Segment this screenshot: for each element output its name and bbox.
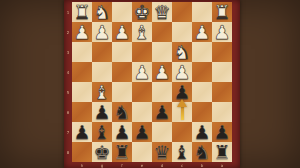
square-c2[interactable] — [172, 22, 192, 42]
piece-white-pawn: ♟ — [193, 22, 210, 42]
file-labels: hgfedcba — [72, 162, 232, 168]
square-c4[interactable]: ♟ — [172, 62, 192, 82]
square-e7[interactable]: ♟ — [132, 122, 152, 142]
square-f6[interactable]: ♞ — [112, 102, 132, 122]
rank-label-7: 7 — [65, 124, 71, 140]
square-a2[interactable]: ♟ — [212, 22, 232, 42]
file-label-f: f — [114, 163, 130, 168]
square-a5[interactable] — [212, 82, 232, 102]
piece-black-bishop: ♝ — [173, 142, 190, 162]
square-g7[interactable]: ♝ — [92, 122, 112, 142]
square-h1[interactable]: ♜ — [72, 2, 92, 22]
piece-white-pawn: ♟ — [113, 22, 130, 42]
square-e4[interactable]: ♟ — [132, 62, 152, 82]
square-c3[interactable]: ♞ — [172, 42, 192, 62]
square-a1[interactable]: ♜ — [212, 2, 232, 22]
piece-black-pawn: ♟ — [93, 102, 110, 122]
square-d4[interactable]: ♟ — [152, 62, 172, 82]
square-g6[interactable]: ♟ — [92, 102, 112, 122]
square-d8[interactable]: ♛ — [152, 142, 172, 162]
piece-black-knight: ♞ — [113, 102, 130, 122]
square-e6[interactable] — [132, 102, 152, 122]
square-h8[interactable] — [72, 142, 92, 162]
piece-black-queen: ♛ — [153, 142, 170, 162]
piece-black-pawn: ♟ — [193, 122, 210, 142]
piece-white-rook: ♜ — [213, 2, 230, 22]
square-b8[interactable]: ♞ — [192, 142, 212, 162]
piece-white-bishop: ♝ — [133, 22, 150, 42]
wood-background: 12345678 ♜♞♚♛♜♟♟♟♝♟♟♞♟♟♟♝♟♟♞♟♟♝♟♟♟♟♚♜♛♝♞… — [0, 0, 300, 168]
square-d6[interactable]: ♟ — [152, 102, 172, 122]
square-d3[interactable] — [152, 42, 172, 62]
chess-board: 12345678 ♜♞♚♛♜♟♟♟♝♟♟♞♟♟♟♝♟♟♞♟♟♝♟♟♟♟♚♜♛♝♞… — [64, 0, 240, 168]
piece-white-bishop: ♝ — [93, 82, 110, 102]
file-label-d: d — [154, 163, 170, 168]
square-d7[interactable] — [152, 122, 172, 142]
rank-labels: 12345678 — [64, 2, 72, 162]
piece-black-pawn: ♟ — [133, 122, 150, 142]
file-label-c: c — [174, 163, 190, 168]
square-d2[interactable] — [152, 22, 172, 42]
square-h5[interactable] — [72, 82, 92, 102]
square-b5[interactable] — [192, 82, 212, 102]
square-h7[interactable]: ♟ — [72, 122, 92, 142]
piece-black-rook: ♜ — [213, 142, 230, 162]
square-a7[interactable]: ♟ — [212, 122, 232, 142]
square-g5[interactable]: ♝ — [92, 82, 112, 102]
square-b7[interactable]: ♟ — [192, 122, 212, 142]
square-c7[interactable] — [172, 122, 192, 142]
square-b1[interactable] — [192, 2, 212, 22]
piece-white-pawn: ♟ — [213, 22, 230, 42]
rank-label-1: 1 — [65, 4, 71, 20]
square-f1[interactable] — [112, 2, 132, 22]
square-c8[interactable]: ♝ — [172, 142, 192, 162]
piece-white-knight: ♞ — [93, 2, 110, 22]
piece-black-rook: ♜ — [113, 142, 130, 162]
square-g1[interactable]: ♞ — [92, 2, 112, 22]
square-h4[interactable] — [72, 62, 92, 82]
piece-white-pawn: ♟ — [133, 62, 150, 82]
file-label-b: b — [194, 163, 210, 168]
file-label-h: h — [74, 163, 90, 168]
piece-white-pawn: ♟ — [93, 22, 110, 42]
square-g4[interactable] — [92, 62, 112, 82]
square-b4[interactable] — [192, 62, 212, 82]
square-e8[interactable] — [132, 142, 152, 162]
piece-black-pawn: ♟ — [153, 102, 170, 122]
square-a8[interactable]: ♜ — [212, 142, 232, 162]
piece-black-pawn: ♟ — [213, 122, 230, 142]
piece-black-pawn: ♟ — [113, 122, 130, 142]
square-b2[interactable]: ♟ — [192, 22, 212, 42]
square-f5[interactable] — [112, 82, 132, 102]
square-h6[interactable] — [72, 102, 92, 122]
square-b6[interactable] — [192, 102, 212, 122]
square-h2[interactable]: ♟ — [72, 22, 92, 42]
piece-white-rook: ♜ — [73, 2, 90, 22]
piece-black-knight: ♞ — [193, 142, 210, 162]
square-a6[interactable] — [212, 102, 232, 122]
file-label-a: a — [214, 163, 230, 168]
square-g2[interactable]: ♟ — [92, 22, 112, 42]
piece-white-pawn: ♟ — [73, 22, 90, 42]
square-f4[interactable] — [112, 62, 132, 82]
square-c1[interactable] — [172, 2, 192, 22]
file-label-e: e — [134, 163, 150, 168]
piece-white-knight: ♞ — [173, 42, 190, 62]
square-e5[interactable] — [132, 82, 152, 102]
rank-label-5: 5 — [65, 84, 71, 100]
rank-label-4: 4 — [65, 64, 71, 80]
square-d1[interactable]: ♛ — [152, 2, 172, 22]
square-g8[interactable]: ♚ — [92, 142, 112, 162]
piece-black-pawn: ♟ — [73, 122, 90, 142]
piece-white-queen: ♛ — [153, 2, 170, 22]
square-h3[interactable] — [72, 42, 92, 62]
board-squares: ♜♞♚♛♜♟♟♟♝♟♟♞♟♟♟♝♟♟♞♟♟♝♟♟♟♟♚♜♛♝♞♜ — [72, 2, 232, 162]
piece-white-pawn: ♟ — [153, 62, 170, 82]
square-f3[interactable] — [112, 42, 132, 62]
square-e3[interactable] — [132, 42, 152, 62]
square-c5[interactable]: ♟ — [172, 82, 192, 102]
rank-label-6: 6 — [65, 104, 71, 120]
rank-label-3: 3 — [65, 44, 71, 60]
square-e2[interactable]: ♝ — [132, 22, 152, 42]
square-e1[interactable]: ♚ — [132, 2, 152, 22]
piece-black-king: ♚ — [93, 142, 110, 162]
piece-black-bishop: ♝ — [93, 122, 110, 142]
square-f2[interactable]: ♟ — [112, 22, 132, 42]
rank-label-2: 2 — [65, 24, 71, 40]
piece-white-pawn: ♟ — [173, 62, 190, 82]
square-c6[interactable] — [172, 102, 192, 122]
rank-label-8: 8 — [65, 144, 71, 160]
piece-black-pawn: ♟ — [173, 82, 190, 102]
square-d5[interactable] — [152, 82, 172, 102]
square-a4[interactable] — [212, 62, 232, 82]
file-label-g: g — [94, 163, 110, 168]
square-a3[interactable] — [212, 42, 232, 62]
square-f8[interactable]: ♜ — [112, 142, 132, 162]
square-f7[interactable]: ♟ — [112, 122, 132, 142]
piece-white-king: ♚ — [133, 2, 150, 22]
square-b3[interactable] — [192, 42, 212, 62]
square-g3[interactable] — [92, 42, 112, 62]
